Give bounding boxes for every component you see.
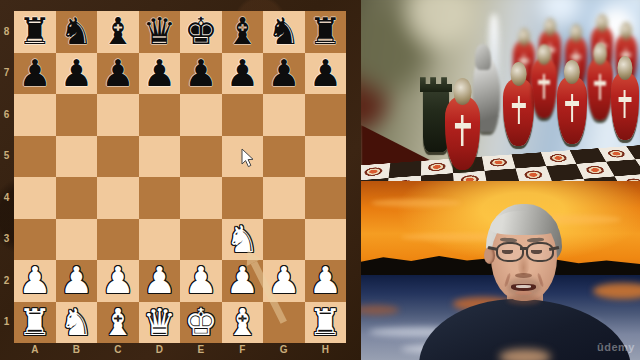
- square-e7[interactable]: ♟: [180, 53, 222, 95]
- glasses-lens: [526, 242, 554, 262]
- rank-label-8: 8: [0, 26, 13, 37]
- square-a4[interactable]: [14, 177, 56, 219]
- chess-set-photo: [361, 0, 640, 181]
- square-c3[interactable]: [97, 219, 139, 261]
- square-h7[interactable]: ♟: [305, 53, 347, 95]
- piece-white-rook-h1[interactable]: ♜: [305, 302, 347, 344]
- square-c1[interactable]: ♝: [97, 302, 139, 344]
- piece-white-king-e1[interactable]: ♚: [180, 302, 222, 344]
- photo-red-piece: [445, 96, 480, 170]
- square-f5[interactable]: [222, 136, 264, 178]
- square-f3[interactable]: ♞: [222, 219, 264, 261]
- file-label-f: F: [222, 344, 264, 355]
- square-d5[interactable]: [139, 136, 181, 178]
- file-label-h: H: [305, 344, 347, 355]
- square-a6[interactable]: [14, 94, 56, 136]
- square-a2[interactable]: ♟: [14, 260, 56, 302]
- file-label-e: E: [180, 344, 222, 355]
- square-f2[interactable]: ♟: [222, 260, 264, 302]
- piece-black-knight-b8[interactable]: ♞: [56, 11, 98, 53]
- square-h2[interactable]: ♟: [305, 260, 347, 302]
- square-c2[interactable]: ♟: [97, 260, 139, 302]
- square-h5[interactable]: [305, 136, 347, 178]
- square-d7[interactable]: ♟: [139, 53, 181, 95]
- file-labels: ABCDEFGH: [14, 343, 346, 359]
- piece-black-pawn-g7[interactable]: ♟: [263, 53, 305, 95]
- webcam-view: ûdemy: [361, 181, 640, 360]
- square-f6[interactable]: [222, 94, 264, 136]
- square-e5[interactable]: [180, 136, 222, 178]
- file-label-b: B: [56, 344, 98, 355]
- piece-black-pawn-h7[interactable]: ♟: [305, 53, 347, 95]
- square-e3[interactable]: [180, 219, 222, 261]
- square-b4[interactable]: [56, 177, 98, 219]
- square-g7[interactable]: ♟: [263, 53, 305, 95]
- square-a3[interactable]: [14, 219, 56, 261]
- piece-white-queen-d1[interactable]: ♛: [139, 302, 181, 344]
- square-b3[interactable]: [56, 219, 98, 261]
- square-f4[interactable]: [222, 177, 264, 219]
- piece-black-bishop-c8[interactable]: ♝: [97, 11, 139, 53]
- piece-black-rook-h8[interactable]: ♜: [305, 11, 347, 53]
- square-e6[interactable]: [180, 94, 222, 136]
- piece-black-king-e8[interactable]: ♚: [180, 11, 222, 53]
- photo-red-piece: [531, 58, 557, 118]
- presenter-chin-shadow: [507, 295, 541, 305]
- piece-white-bishop-f1[interactable]: ♝: [222, 302, 264, 344]
- piece-white-pawn-d2[interactable]: ♟: [139, 260, 181, 302]
- photo-red-piece: [587, 58, 613, 120]
- chess-board-panel: 87654321 ABCDEFGH ♜♞♝♛♚♝♞♜♟♟♟♟♟♟♟♟♞♟♟♟♟♟…: [0, 0, 361, 360]
- square-f7[interactable]: ♟: [222, 53, 264, 95]
- presenter-hair-fringe: [490, 211, 558, 235]
- rank-label-5: 5: [0, 150, 13, 161]
- file-label-d: D: [139, 344, 181, 355]
- photo-red-piece: [611, 72, 639, 140]
- square-g6[interactable]: [263, 94, 305, 136]
- square-e2[interactable]: ♟: [180, 260, 222, 302]
- presenter-hand-blur: [499, 349, 551, 360]
- square-h3[interactable]: [305, 219, 347, 261]
- square-d8[interactable]: ♛: [139, 11, 181, 53]
- square-c7[interactable]: ♟: [97, 53, 139, 95]
- photo-red-piece: [503, 78, 534, 146]
- square-d4[interactable]: [139, 177, 181, 219]
- piece-white-knight-f3[interactable]: ♞: [222, 219, 264, 261]
- photo-red-piece: [557, 76, 587, 144]
- rank-label-4: 4: [0, 192, 13, 203]
- square-h1[interactable]: ♜: [305, 302, 347, 344]
- square-b6[interactable]: [56, 94, 98, 136]
- piece-black-pawn-b7[interactable]: ♟: [56, 53, 98, 95]
- presenter-nose: [517, 251, 530, 275]
- square-b5[interactable]: [56, 136, 98, 178]
- square-g3[interactable]: [263, 219, 305, 261]
- square-g5[interactable]: [263, 136, 305, 178]
- rank-labels: 87654321: [0, 11, 14, 343]
- piece-black-pawn-f7[interactable]: ♟: [222, 53, 264, 95]
- square-b1[interactable]: ♞: [56, 302, 98, 344]
- square-g4[interactable]: [263, 177, 305, 219]
- piece-black-knight-g8[interactable]: ♞: [263, 11, 305, 53]
- presenter-teeth: [516, 285, 531, 288]
- glasses-bridge: [520, 247, 527, 250]
- udemy-watermark: ûdemy: [597, 341, 635, 353]
- square-c4[interactable]: [97, 177, 139, 219]
- square-b2[interactable]: ♟: [56, 260, 98, 302]
- square-g8[interactable]: ♞: [263, 11, 305, 53]
- square-e1[interactable]: ♚: [180, 302, 222, 344]
- piece-black-pawn-d7[interactable]: ♟: [139, 53, 181, 95]
- square-h8[interactable]: ♜: [305, 11, 347, 53]
- rank-label-2: 2: [0, 275, 13, 286]
- piece-white-rook-a1[interactable]: ♜: [14, 302, 56, 344]
- piece-black-queen-d8[interactable]: ♛: [139, 11, 181, 53]
- square-h6[interactable]: [305, 94, 347, 136]
- square-h4[interactable]: [305, 177, 347, 219]
- piece-white-pawn-e2[interactable]: ♟: [180, 260, 222, 302]
- file-label-c: C: [97, 344, 139, 355]
- piece-white-pawn-b2[interactable]: ♟: [56, 260, 98, 302]
- square-a8[interactable]: ♜: [14, 11, 56, 53]
- square-d6[interactable]: [139, 94, 181, 136]
- square-f8[interactable]: ♝: [222, 11, 264, 53]
- square-c5[interactable]: [97, 136, 139, 178]
- square-a5[interactable]: [14, 136, 56, 178]
- rank-label-3: 3: [0, 233, 13, 244]
- square-d1[interactable]: ♛: [139, 302, 181, 344]
- square-c8[interactable]: ♝: [97, 11, 139, 53]
- rank-label-6: 6: [0, 109, 13, 120]
- square-b8[interactable]: ♞: [56, 11, 98, 53]
- piece-white-pawn-c2[interactable]: ♟: [97, 260, 139, 302]
- video-frame: 87654321 ABCDEFGH ♜♞♝♛♚♝♞♜♟♟♟♟♟♟♟♟♞♟♟♟♟♟…: [0, 0, 640, 360]
- square-d3[interactable]: [139, 219, 181, 261]
- piece-white-knight-b1[interactable]: ♞: [56, 302, 98, 344]
- square-g2[interactable]: ♟: [263, 260, 305, 302]
- piece-black-pawn-a7[interactable]: ♟: [14, 53, 56, 95]
- square-a1[interactable]: ♜: [14, 302, 56, 344]
- piece-white-pawn-g2[interactable]: ♟: [263, 260, 305, 302]
- square-e8[interactable]: ♚: [180, 11, 222, 53]
- presenter: [361, 181, 640, 360]
- rank-label-7: 7: [0, 67, 13, 78]
- piece-black-rook-a8[interactable]: ♜: [14, 11, 56, 53]
- piece-black-pawn-e7[interactable]: ♟: [180, 53, 222, 95]
- square-a7[interactable]: ♟: [14, 53, 56, 95]
- piece-black-pawn-c7[interactable]: ♟: [97, 53, 139, 95]
- file-label-a: A: [14, 344, 56, 355]
- square-c6[interactable]: [97, 94, 139, 136]
- piece-white-pawn-a2[interactable]: ♟: [14, 260, 56, 302]
- square-e4[interactable]: [180, 177, 222, 219]
- piece-white-pawn-f2[interactable]: ♟: [222, 260, 264, 302]
- rank-label-1: 1: [0, 316, 13, 327]
- chess-board[interactable]: ♜♞♝♛♚♝♞♜♟♟♟♟♟♟♟♟♞♟♟♟♟♟♟♟♟♜♞♝♛♚♝♜: [14, 11, 346, 343]
- piece-black-bishop-f8[interactable]: ♝: [222, 11, 264, 53]
- piece-white-bishop-c1[interactable]: ♝: [97, 302, 139, 344]
- square-f1[interactable]: ♝: [222, 302, 264, 344]
- file-label-g: G: [263, 344, 305, 355]
- piece-white-pawn-h2[interactable]: ♟: [305, 260, 347, 302]
- square-d2[interactable]: ♟: [139, 260, 181, 302]
- square-g1[interactable]: [263, 302, 305, 344]
- square-b7[interactable]: ♟: [56, 53, 98, 95]
